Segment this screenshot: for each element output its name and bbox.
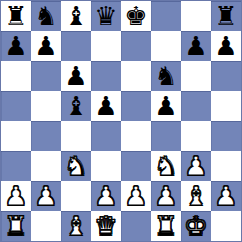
- square-b4[interactable]: [31, 121, 61, 151]
- square-e4[interactable]: [121, 121, 151, 151]
- square-g7[interactable]: ♟: [181, 31, 211, 61]
- white-knight[interactable]: ♞: [154, 151, 177, 181]
- white-bishop[interactable]: ♝: [184, 181, 207, 211]
- square-d4[interactable]: [91, 121, 121, 151]
- square-b2[interactable]: ♟: [31, 181, 61, 211]
- square-f3[interactable]: ♞: [151, 151, 181, 181]
- square-g5[interactable]: [181, 91, 211, 121]
- square-d3[interactable]: [91, 151, 121, 181]
- square-c8[interactable]: ♝: [61, 1, 91, 31]
- white-pawn[interactable]: ♟: [34, 181, 57, 211]
- white-queen[interactable]: ♛: [94, 211, 117, 241]
- black-knight[interactable]: ♞: [34, 1, 57, 31]
- square-c7[interactable]: [61, 31, 91, 61]
- white-pawn[interactable]: ♟: [214, 181, 237, 211]
- white-pawn[interactable]: ♟: [184, 151, 207, 181]
- square-g1[interactable]: ♚: [181, 211, 211, 241]
- chess-board: ♜♞♝♛♚♜♟♟♟♟♟♞♝♟♟♞♞♟♟♟♟♟♟♝♟♜♝♛♜♚: [0, 0, 242, 242]
- square-e1[interactable]: [121, 211, 151, 241]
- square-g3[interactable]: ♟: [181, 151, 211, 181]
- square-a2[interactable]: ♟: [1, 181, 31, 211]
- square-b1[interactable]: [31, 211, 61, 241]
- square-f5[interactable]: ♟: [151, 91, 181, 121]
- square-d7[interactable]: [91, 31, 121, 61]
- square-d1[interactable]: ♛: [91, 211, 121, 241]
- black-pawn[interactable]: ♟: [4, 31, 27, 61]
- square-b7[interactable]: ♟: [31, 31, 61, 61]
- black-bishop[interactable]: ♝: [64, 91, 87, 121]
- square-h4[interactable]: [211, 121, 241, 151]
- square-a7[interactable]: ♟: [1, 31, 31, 61]
- black-rook[interactable]: ♜: [214, 1, 237, 31]
- square-a6[interactable]: [1, 61, 31, 91]
- square-h2[interactable]: ♟: [211, 181, 241, 211]
- black-king[interactable]: ♚: [124, 1, 147, 31]
- square-c4[interactable]: [61, 121, 91, 151]
- square-e2[interactable]: ♟: [121, 181, 151, 211]
- square-f7[interactable]: [151, 31, 181, 61]
- square-d2[interactable]: ♟: [91, 181, 121, 211]
- square-g8[interactable]: [181, 1, 211, 31]
- square-a8[interactable]: ♜: [1, 1, 31, 31]
- black-pawn[interactable]: ♟: [214, 31, 237, 61]
- black-pawn[interactable]: ♟: [34, 31, 57, 61]
- black-pawn[interactable]: ♟: [184, 31, 207, 61]
- square-a1[interactable]: ♜: [1, 211, 31, 241]
- square-b5[interactable]: [31, 91, 61, 121]
- square-f1[interactable]: ♜: [151, 211, 181, 241]
- square-d8[interactable]: ♛: [91, 1, 121, 31]
- black-pawn[interactable]: ♟: [94, 91, 117, 121]
- white-rook[interactable]: ♜: [4, 211, 27, 241]
- square-f2[interactable]: ♟: [151, 181, 181, 211]
- square-c5[interactable]: ♝: [61, 91, 91, 121]
- square-e3[interactable]: [121, 151, 151, 181]
- white-pawn[interactable]: ♟: [154, 181, 177, 211]
- black-rook[interactable]: ♜: [4, 1, 27, 31]
- square-e6[interactable]: [121, 61, 151, 91]
- square-a5[interactable]: [1, 91, 31, 121]
- square-f8[interactable]: [151, 1, 181, 31]
- square-g2[interactable]: ♝: [181, 181, 211, 211]
- square-c1[interactable]: ♝: [61, 211, 91, 241]
- white-pawn[interactable]: ♟: [4, 181, 27, 211]
- black-queen[interactable]: ♛: [94, 1, 117, 31]
- square-a3[interactable]: [1, 151, 31, 181]
- square-c3[interactable]: ♞: [61, 151, 91, 181]
- black-bishop[interactable]: ♝: [64, 1, 87, 31]
- square-h3[interactable]: [211, 151, 241, 181]
- square-e5[interactable]: [121, 91, 151, 121]
- white-pawn[interactable]: ♟: [124, 181, 147, 211]
- square-h1[interactable]: [211, 211, 241, 241]
- square-b8[interactable]: ♞: [31, 1, 61, 31]
- square-h5[interactable]: [211, 91, 241, 121]
- white-knight[interactable]: ♞: [64, 151, 87, 181]
- black-knight[interactable]: ♞: [154, 61, 177, 91]
- square-d6[interactable]: [91, 61, 121, 91]
- square-f4[interactable]: [151, 121, 181, 151]
- square-e8[interactable]: ♚: [121, 1, 151, 31]
- square-g6[interactable]: [181, 61, 211, 91]
- white-rook[interactable]: ♜: [154, 211, 177, 241]
- square-b3[interactable]: [31, 151, 61, 181]
- square-h7[interactable]: ♟: [211, 31, 241, 61]
- square-c2[interactable]: [61, 181, 91, 211]
- square-f6[interactable]: ♞: [151, 61, 181, 91]
- square-c6[interactable]: ♟: [61, 61, 91, 91]
- white-pawn[interactable]: ♟: [94, 181, 117, 211]
- black-pawn[interactable]: ♟: [64, 61, 87, 91]
- square-h8[interactable]: ♜: [211, 1, 241, 31]
- square-a4[interactable]: [1, 121, 31, 151]
- black-pawn[interactable]: ♟: [154, 91, 177, 121]
- square-e7[interactable]: [121, 31, 151, 61]
- square-b6[interactable]: [31, 61, 61, 91]
- white-king[interactable]: ♚: [184, 211, 207, 241]
- square-h6[interactable]: [211, 61, 241, 91]
- white-bishop[interactable]: ♝: [64, 211, 87, 241]
- square-g4[interactable]: [181, 121, 211, 151]
- square-d5[interactable]: ♟: [91, 91, 121, 121]
